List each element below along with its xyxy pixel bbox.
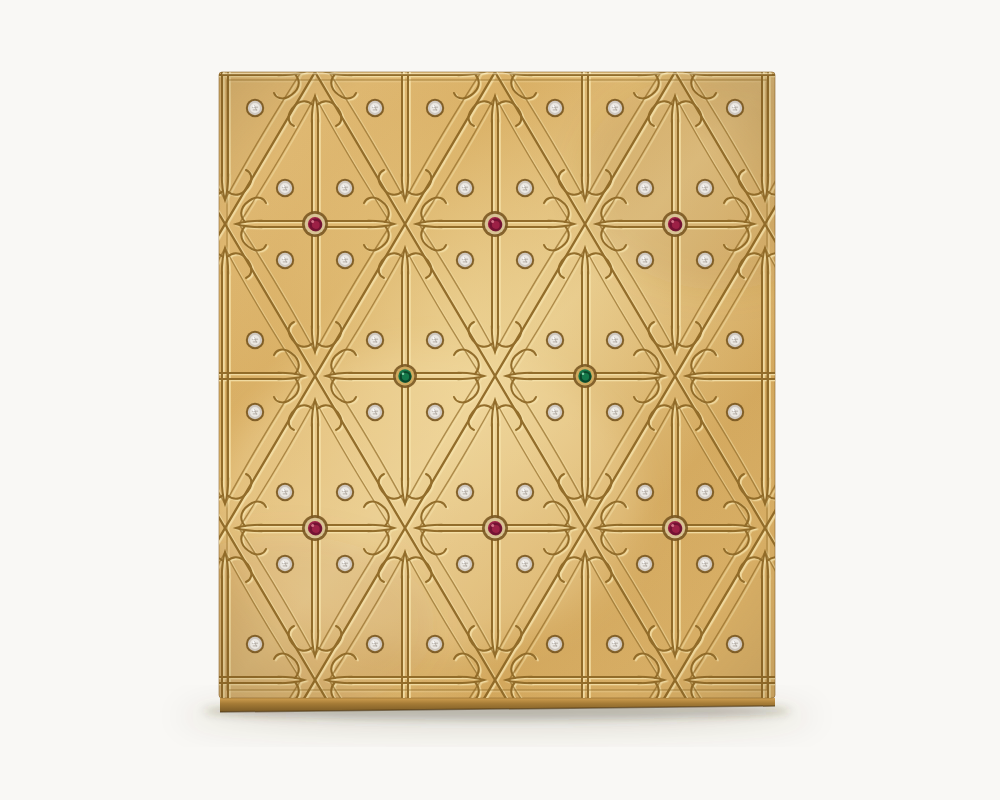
diamond-stone [276, 251, 294, 269]
emerald-stone [573, 364, 597, 388]
diamond-stone [696, 179, 714, 197]
diamond-stone [606, 331, 624, 349]
emerald-stone [393, 364, 417, 388]
diamond-stone [246, 331, 264, 349]
diamond-stone [336, 179, 354, 197]
diamond-stone [696, 251, 714, 269]
diamond-stone [246, 99, 264, 117]
diamond-stone [546, 99, 564, 117]
diamond-stone [546, 635, 564, 653]
diamond-stone [696, 555, 714, 573]
diamond-stone [636, 179, 654, 197]
diamond-stone [276, 179, 294, 197]
diamond-stone [246, 635, 264, 653]
diamond-stone [456, 483, 474, 501]
jeweled-case-photo [0, 0, 1000, 800]
diamond-stone [366, 99, 384, 117]
diamond-stone [546, 331, 564, 349]
diamond-stone [276, 483, 294, 501]
diamond-stone [636, 483, 654, 501]
diamond-stone [246, 403, 264, 421]
diamond-stone [276, 555, 294, 573]
diamond-stone [336, 483, 354, 501]
ruby-stone [482, 211, 508, 237]
diamond-stone [516, 483, 534, 501]
diamond-stone [606, 635, 624, 653]
diamond-stone [426, 403, 444, 421]
diamond-stone [336, 251, 354, 269]
diamond-stone [636, 555, 654, 573]
diamond-stone [516, 555, 534, 573]
diamond-stone [426, 331, 444, 349]
diamond-stone [456, 555, 474, 573]
diamond-stone [426, 99, 444, 117]
diamond-stone [336, 555, 354, 573]
diamond-stone [456, 179, 474, 197]
diamond-stone [726, 331, 744, 349]
diamond-stone [366, 635, 384, 653]
ruby-stone [662, 211, 688, 237]
ruby-stone [302, 515, 328, 541]
diamond-stone [456, 251, 474, 269]
diamond-stone [726, 635, 744, 653]
diamond-stone [606, 403, 624, 421]
diamond-stone [636, 251, 654, 269]
case-photo-canvas [0, 0, 1000, 800]
ruby-stone [662, 515, 688, 541]
diamond-stone [696, 483, 714, 501]
ruby-stone [302, 211, 328, 237]
diamond-stone [516, 179, 534, 197]
ruby-stone [482, 515, 508, 541]
diamond-stone [426, 635, 444, 653]
diamond-stone [726, 99, 744, 117]
diamond-stone [546, 403, 564, 421]
diamond-stone [366, 403, 384, 421]
diamond-stone [366, 331, 384, 349]
diamond-stone [726, 403, 744, 421]
diamond-stone [516, 251, 534, 269]
diamond-stone [606, 99, 624, 117]
